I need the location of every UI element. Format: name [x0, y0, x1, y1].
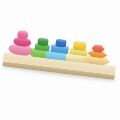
- blue-small-square: [54, 39, 66, 48]
- stacking-toy: [2, 27, 119, 80]
- toy-photo-scene: [0, 0, 120, 120]
- green-small-square: [37, 37, 49, 46]
- yellow-small-square: [72, 41, 86, 52]
